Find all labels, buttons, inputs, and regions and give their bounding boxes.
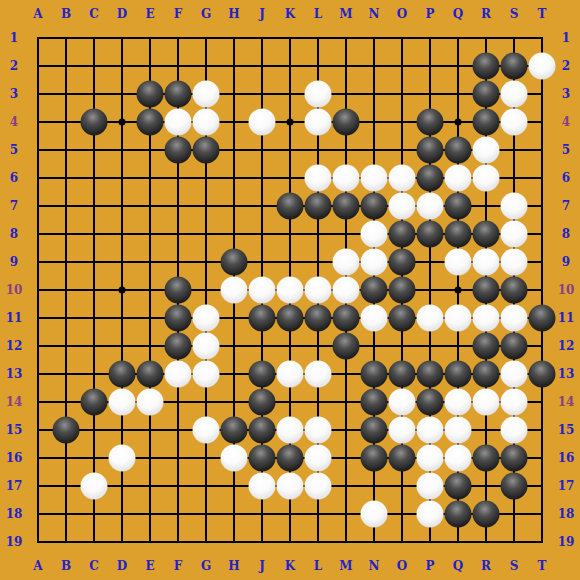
- column-label-top: J: [259, 8, 265, 20]
- black-stone[interactable]: [473, 53, 500, 80]
- white-stone[interactable]: [501, 389, 528, 416]
- white-stone[interactable]: [221, 277, 248, 304]
- row-label-left: 9: [10, 256, 18, 268]
- white-stone[interactable]: [165, 109, 192, 136]
- white-stone[interactable]: [417, 305, 444, 332]
- white-stone[interactable]: [473, 389, 500, 416]
- black-stone[interactable]: [277, 445, 304, 472]
- black-stone[interactable]: [501, 445, 528, 472]
- column-label-bottom: B: [61, 560, 71, 572]
- black-stone[interactable]: [501, 473, 528, 500]
- star-point: [455, 287, 462, 294]
- row-label-left: 6: [10, 172, 18, 184]
- row-label-left: 16: [6, 452, 23, 464]
- black-stone[interactable]: [445, 221, 472, 248]
- white-stone[interactable]: [305, 277, 332, 304]
- column-label-bottom: P: [425, 560, 434, 572]
- row-label-right: 11: [558, 312, 575, 324]
- black-stone[interactable]: [249, 445, 276, 472]
- black-stone[interactable]: [389, 249, 416, 276]
- column-label-bottom: G: [201, 560, 211, 572]
- column-label-top: H: [228, 8, 239, 20]
- row-label-right: 14: [558, 396, 575, 408]
- white-stone[interactable]: [305, 445, 332, 472]
- column-label-bottom: J: [259, 560, 265, 572]
- column-label-bottom: K: [285, 560, 295, 572]
- white-stone[interactable]: [249, 109, 276, 136]
- black-stone[interactable]: [137, 361, 164, 388]
- white-stone[interactable]: [193, 417, 220, 444]
- white-stone[interactable]: [445, 249, 472, 276]
- black-stone[interactable]: [249, 361, 276, 388]
- row-label-left: 10: [6, 284, 23, 296]
- black-stone[interactable]: [165, 81, 192, 108]
- column-label-bottom: D: [117, 560, 127, 572]
- go-board[interactable]: AABBCCDDEEFFGGHHJJKKLLMMNNOOPPQQRRSSTT11…: [0, 0, 580, 580]
- column-label-top: S: [510, 8, 519, 20]
- black-stone[interactable]: [333, 193, 360, 220]
- black-stone[interactable]: [165, 277, 192, 304]
- black-stone[interactable]: [333, 109, 360, 136]
- white-stone[interactable]: [389, 193, 416, 220]
- black-stone[interactable]: [361, 389, 388, 416]
- black-stone[interactable]: [249, 389, 276, 416]
- row-label-left: 5: [10, 144, 18, 156]
- white-stone[interactable]: [277, 417, 304, 444]
- column-label-top: B: [61, 8, 71, 20]
- black-stone[interactable]: [277, 305, 304, 332]
- row-label-right: 19: [558, 536, 575, 548]
- black-stone[interactable]: [165, 305, 192, 332]
- white-stone[interactable]: [333, 165, 360, 192]
- white-stone[interactable]: [389, 165, 416, 192]
- grid-line-vertical: [541, 37, 543, 543]
- column-label-top: N: [369, 8, 380, 20]
- black-stone[interactable]: [137, 109, 164, 136]
- white-stone[interactable]: [361, 221, 388, 248]
- black-stone[interactable]: [473, 221, 500, 248]
- column-label-top: P: [425, 8, 434, 20]
- row-label-right: 10: [558, 284, 575, 296]
- white-stone[interactable]: [137, 389, 164, 416]
- black-stone[interactable]: [333, 305, 360, 332]
- white-stone[interactable]: [333, 249, 360, 276]
- row-label-left: 11: [6, 312, 23, 324]
- star-point: [455, 119, 462, 126]
- white-stone[interactable]: [277, 473, 304, 500]
- row-label-right: 13: [558, 368, 575, 380]
- white-stone[interactable]: [389, 389, 416, 416]
- column-label-top: R: [481, 8, 491, 20]
- black-stone[interactable]: [109, 361, 136, 388]
- column-label-bottom: E: [145, 560, 154, 572]
- white-stone[interactable]: [221, 445, 248, 472]
- column-label-top: Q: [453, 8, 463, 20]
- black-stone[interactable]: [473, 81, 500, 108]
- black-stone[interactable]: [473, 501, 500, 528]
- black-stone[interactable]: [445, 501, 472, 528]
- black-stone[interactable]: [165, 137, 192, 164]
- column-label-top: T: [538, 8, 547, 20]
- white-stone[interactable]: [417, 473, 444, 500]
- white-stone[interactable]: [417, 501, 444, 528]
- row-label-right: 7: [562, 200, 570, 212]
- black-stone[interactable]: [529, 361, 556, 388]
- black-stone[interactable]: [389, 221, 416, 248]
- row-label-left: 2: [10, 60, 18, 72]
- white-stone[interactable]: [389, 417, 416, 444]
- row-label-right: 9: [562, 256, 570, 268]
- row-label-right: 6: [562, 172, 570, 184]
- black-stone[interactable]: [417, 361, 444, 388]
- black-stone[interactable]: [249, 305, 276, 332]
- white-stone[interactable]: [277, 277, 304, 304]
- black-stone[interactable]: [361, 193, 388, 220]
- column-label-top: O: [397, 8, 407, 20]
- black-stone[interactable]: [473, 109, 500, 136]
- black-stone[interactable]: [53, 417, 80, 444]
- white-stone[interactable]: [445, 445, 472, 472]
- column-label-bottom: F: [174, 560, 183, 572]
- white-stone[interactable]: [501, 417, 528, 444]
- column-label-top: G: [201, 8, 211, 20]
- black-stone[interactable]: [361, 417, 388, 444]
- column-label-bottom: M: [339, 560, 352, 572]
- white-stone[interactable]: [445, 417, 472, 444]
- black-stone[interactable]: [389, 445, 416, 472]
- row-label-left: 18: [6, 508, 23, 520]
- black-stone[interactable]: [417, 137, 444, 164]
- black-stone[interactable]: [165, 333, 192, 360]
- white-stone[interactable]: [109, 389, 136, 416]
- white-stone[interactable]: [305, 165, 332, 192]
- black-stone[interactable]: [501, 53, 528, 80]
- black-stone[interactable]: [221, 249, 248, 276]
- white-stone[interactable]: [361, 501, 388, 528]
- black-stone[interactable]: [417, 221, 444, 248]
- white-stone[interactable]: [529, 53, 556, 80]
- black-stone[interactable]: [389, 305, 416, 332]
- white-stone[interactable]: [193, 361, 220, 388]
- column-label-bottom: Q: [453, 560, 463, 572]
- column-label-bottom: A: [33, 560, 42, 572]
- star-point: [287, 119, 294, 126]
- white-stone[interactable]: [417, 417, 444, 444]
- column-label-bottom: R: [481, 560, 491, 572]
- white-stone[interactable]: [501, 221, 528, 248]
- black-stone[interactable]: [193, 137, 220, 164]
- row-label-right: 1: [562, 32, 570, 44]
- white-stone[interactable]: [361, 165, 388, 192]
- column-label-top: L: [314, 8, 322, 20]
- grid-line-horizontal: [37, 345, 543, 347]
- white-stone[interactable]: [305, 109, 332, 136]
- column-label-bottom: N: [369, 560, 380, 572]
- column-label-bottom: L: [314, 560, 322, 572]
- white-stone[interactable]: [417, 193, 444, 220]
- column-label-bottom: O: [397, 560, 407, 572]
- row-label-right: 2: [562, 60, 570, 72]
- row-label-right: 15: [558, 424, 575, 436]
- black-stone[interactable]: [305, 305, 332, 332]
- column-label-top: F: [174, 8, 183, 20]
- row-label-right: 16: [558, 452, 575, 464]
- black-stone[interactable]: [529, 305, 556, 332]
- black-stone[interactable]: [137, 81, 164, 108]
- white-stone[interactable]: [193, 305, 220, 332]
- column-label-top: A: [33, 8, 42, 20]
- row-label-right: 18: [558, 508, 575, 520]
- star-point: [119, 119, 126, 126]
- black-stone[interactable]: [445, 193, 472, 220]
- row-label-left: 15: [6, 424, 23, 436]
- white-stone[interactable]: [249, 277, 276, 304]
- row-label-left: 7: [10, 200, 18, 212]
- black-stone[interactable]: [473, 333, 500, 360]
- black-stone[interactable]: [417, 165, 444, 192]
- black-stone[interactable]: [473, 361, 500, 388]
- white-stone[interactable]: [193, 109, 220, 136]
- white-stone[interactable]: [333, 277, 360, 304]
- column-label-bottom: C: [89, 560, 99, 572]
- white-stone[interactable]: [473, 249, 500, 276]
- black-stone[interactable]: [473, 277, 500, 304]
- white-stone[interactable]: [249, 473, 276, 500]
- black-stone[interactable]: [473, 445, 500, 472]
- white-stone[interactable]: [473, 165, 500, 192]
- black-stone[interactable]: [501, 277, 528, 304]
- white-stone[interactable]: [193, 333, 220, 360]
- black-stone[interactable]: [361, 445, 388, 472]
- white-stone[interactable]: [445, 165, 472, 192]
- white-stone[interactable]: [501, 109, 528, 136]
- white-stone[interactable]: [305, 361, 332, 388]
- black-stone[interactable]: [361, 361, 388, 388]
- white-stone[interactable]: [305, 81, 332, 108]
- column-label-top: E: [145, 8, 154, 20]
- row-label-left: 19: [6, 536, 23, 548]
- star-point: [119, 287, 126, 294]
- row-label-right: 5: [562, 144, 570, 156]
- white-stone[interactable]: [501, 361, 528, 388]
- black-stone[interactable]: [361, 277, 388, 304]
- column-label-top: M: [339, 8, 352, 20]
- row-label-left: 13: [6, 368, 23, 380]
- row-label-left: 3: [10, 88, 18, 100]
- black-stone[interactable]: [389, 277, 416, 304]
- white-stone[interactable]: [165, 361, 192, 388]
- white-stone[interactable]: [305, 417, 332, 444]
- white-stone[interactable]: [501, 305, 528, 332]
- row-label-left: 12: [6, 340, 23, 352]
- row-label-right: 8: [562, 228, 570, 240]
- column-label-bottom: H: [228, 560, 239, 572]
- row-label-right: 4: [562, 116, 570, 128]
- grid-line-horizontal: [37, 541, 543, 543]
- white-stone[interactable]: [501, 193, 528, 220]
- row-label-right: 3: [562, 88, 570, 100]
- white-stone[interactable]: [277, 361, 304, 388]
- white-stone[interactable]: [501, 81, 528, 108]
- column-label-top: D: [117, 8, 127, 20]
- row-label-left: 17: [6, 480, 23, 492]
- white-stone[interactable]: [361, 305, 388, 332]
- white-stone[interactable]: [109, 445, 136, 472]
- black-stone[interactable]: [305, 193, 332, 220]
- white-stone[interactable]: [445, 389, 472, 416]
- column-label-bottom: S: [510, 560, 519, 572]
- white-stone[interactable]: [305, 473, 332, 500]
- black-stone[interactable]: [277, 193, 304, 220]
- black-stone[interactable]: [445, 361, 472, 388]
- white-stone[interactable]: [361, 249, 388, 276]
- row-label-left: 14: [6, 396, 23, 408]
- white-stone[interactable]: [81, 473, 108, 500]
- column-label-top: K: [285, 8, 295, 20]
- row-label-left: 8: [10, 228, 18, 240]
- black-stone[interactable]: [501, 333, 528, 360]
- column-label-top: C: [89, 8, 99, 20]
- white-stone[interactable]: [193, 81, 220, 108]
- row-label-left: 4: [10, 116, 18, 128]
- black-stone[interactable]: [221, 417, 248, 444]
- black-stone[interactable]: [445, 137, 472, 164]
- black-stone[interactable]: [417, 389, 444, 416]
- row-label-left: 1: [10, 32, 18, 44]
- white-stone[interactable]: [501, 249, 528, 276]
- black-stone[interactable]: [333, 333, 360, 360]
- black-stone[interactable]: [417, 109, 444, 136]
- row-label-right: 12: [558, 340, 575, 352]
- white-stone[interactable]: [473, 137, 500, 164]
- black-stone[interactable]: [389, 361, 416, 388]
- white-stone[interactable]: [417, 445, 444, 472]
- white-stone[interactable]: [473, 305, 500, 332]
- black-stone[interactable]: [81, 109, 108, 136]
- black-stone[interactable]: [249, 417, 276, 444]
- column-label-bottom: T: [538, 560, 547, 572]
- row-label-right: 17: [558, 480, 575, 492]
- black-stone[interactable]: [445, 473, 472, 500]
- white-stone[interactable]: [445, 305, 472, 332]
- black-stone[interactable]: [81, 389, 108, 416]
